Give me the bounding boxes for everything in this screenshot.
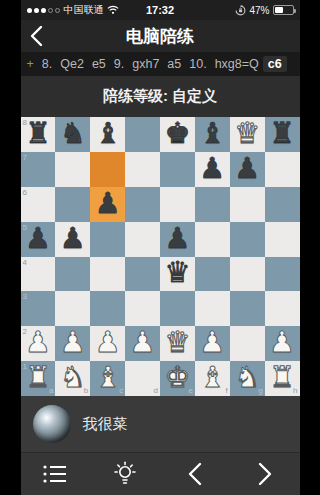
battery-icon (273, 5, 294, 15)
white-pawn: ♟ (130, 328, 156, 357)
black-bishop: ♝ (199, 119, 225, 148)
chess-board: 8♜♞♝♚♝♛♜7♟♟6♟5♟♟♟4♛32♟♟♟♟♛♟♟1a♜b♞c♝de♚f♝… (21, 117, 300, 396)
square-g7[interactable]: ♟ (230, 152, 265, 187)
next-move-button[interactable] (230, 453, 300, 495)
rank-label: 7 (23, 154, 27, 162)
hint-button[interactable] (90, 453, 160, 495)
white-pawn: ♟ (60, 328, 86, 357)
square-b5[interactable]: ♟ (55, 222, 90, 257)
square-e5[interactable]: ♟ (160, 222, 195, 257)
rank-label: 4 (23, 259, 27, 267)
signal-strength-icon (27, 8, 60, 13)
square-d4[interactable] (125, 257, 160, 292)
square-e7[interactable] (160, 152, 195, 187)
square-e4[interactable]: ♛ (160, 257, 195, 292)
list-icon (42, 463, 68, 485)
black-pawn: ♟ (25, 224, 51, 253)
square-g4[interactable] (230, 257, 265, 292)
previous-move-button[interactable] (160, 453, 230, 495)
white-queen: ♛ (234, 119, 260, 148)
square-a8[interactable]: 8♜ (21, 117, 56, 152)
square-g2[interactable] (230, 326, 265, 361)
square-a2[interactable]: 2♟ (21, 326, 56, 361)
square-d2[interactable]: ♟ (125, 326, 160, 361)
move-token[interactable]: Qe2 (56, 57, 88, 71)
square-a3[interactable]: 3 (21, 291, 56, 326)
square-f8[interactable]: ♝ (195, 117, 230, 152)
square-c5[interactable] (90, 222, 125, 257)
square-f3[interactable] (195, 291, 230, 326)
black-pawn: ♟ (234, 154, 260, 183)
chevron-right-icon (258, 462, 272, 486)
black-pawn: ♟ (199, 154, 225, 183)
square-a7[interactable]: 7 (21, 152, 56, 187)
black-queen: ♛ (164, 258, 190, 287)
training-level-label: 陪练等级: 自定义 (21, 76, 300, 117)
chat-message: 我很菜 (83, 415, 128, 434)
square-a4[interactable]: 4 (21, 257, 56, 292)
square-d7[interactable] (125, 152, 160, 187)
move-token[interactable]: e5 (88, 57, 110, 71)
white-queen: ♛ (164, 328, 190, 357)
square-a1[interactable]: 1a♜ (21, 361, 56, 396)
square-h6[interactable] (265, 187, 300, 222)
square-c8[interactable]: ♝ (90, 117, 125, 152)
rotation-lock-icon (235, 5, 246, 16)
white-bishop: ♝ (95, 363, 121, 392)
square-h7[interactable] (265, 152, 300, 187)
square-d3[interactable] (125, 291, 160, 326)
white-pawn: ♟ (25, 328, 51, 357)
chevron-left-icon (188, 462, 202, 486)
square-g8[interactable]: ♛ (230, 117, 265, 152)
white-bishop: ♝ (199, 363, 225, 392)
black-pawn: ♟ (60, 224, 86, 253)
black-king: ♚ (164, 119, 190, 148)
square-f2[interactable]: ♟ (195, 326, 230, 361)
black-rook: ♜ (269, 119, 295, 148)
square-f7[interactable]: ♟ (195, 152, 230, 187)
white-rook: ♜ (269, 363, 295, 392)
chat-row: 我很菜 (21, 396, 300, 452)
square-f1[interactable]: f♝ (195, 361, 230, 396)
square-c6[interactable]: ♟ (90, 187, 125, 222)
page-title: 电脑陪练 (21, 25, 300, 48)
nav-bar: 电脑陪练 (21, 20, 300, 52)
file-label: d (154, 387, 158, 395)
square-g5[interactable] (230, 222, 265, 257)
square-d1[interactable]: d (125, 361, 160, 396)
move-token[interactable]: a5 (163, 57, 185, 71)
black-pawn: ♟ (95, 189, 121, 218)
black-rook: ♜ (25, 119, 51, 148)
bottom-toolbar (21, 452, 300, 495)
square-g6[interactable] (230, 187, 265, 222)
white-pawn: ♟ (199, 328, 225, 357)
square-c1[interactable]: c♝ (90, 361, 125, 396)
white-pawn: ♟ (269, 328, 295, 357)
white-knight: ♞ (60, 363, 86, 392)
square-c3[interactable] (90, 291, 125, 326)
white-pawn: ♟ (95, 328, 121, 357)
square-f5[interactable] (195, 222, 230, 257)
move-list-bar: +8.Qe2e59.gxh7a510.hxg8=Qc6 (21, 52, 300, 76)
square-c2[interactable]: ♟ (90, 326, 125, 361)
white-knight: ♞ (234, 363, 260, 392)
square-c4[interactable] (90, 257, 125, 292)
file-label: f (226, 387, 228, 395)
square-c7[interactable] (90, 152, 125, 187)
square-b8[interactable]: ♞ (55, 117, 90, 152)
carrier-label: 中国联通 (64, 3, 104, 17)
battery-percent-label: 47% (249, 5, 269, 16)
black-knight: ♞ (60, 119, 86, 148)
square-d5[interactable] (125, 222, 160, 257)
rank-label: 3 (23, 293, 27, 301)
square-h3[interactable] (265, 291, 300, 326)
move-token[interactable]: 10. (185, 57, 210, 71)
expand-moves-button[interactable]: + (26, 57, 38, 71)
move-token[interactable]: 9. (110, 57, 128, 71)
square-d8[interactable] (125, 117, 160, 152)
square-e3[interactable] (160, 291, 195, 326)
square-g1[interactable]: g♞ (230, 361, 265, 396)
square-h2[interactable]: ♟ (265, 326, 300, 361)
move-token[interactable]: hxg8=Q (211, 57, 263, 71)
square-b7[interactable] (55, 152, 90, 187)
square-e8[interactable]: ♚ (160, 117, 195, 152)
square-f6[interactable] (195, 187, 230, 222)
square-b1[interactable]: b♞ (55, 361, 90, 396)
square-e2[interactable]: ♛ (160, 326, 195, 361)
move-list-button[interactable] (21, 453, 91, 495)
app-screen: 中国联通 17:32 47% 电脑陪练 +8.Qe2e59.gxh7a5 (21, 0, 300, 495)
move-token[interactable]: gxh7 (128, 57, 163, 71)
black-pawn: ♟ (164, 224, 190, 253)
back-button[interactable] (21, 20, 61, 52)
square-b4[interactable] (55, 257, 90, 292)
engine-avatar (33, 405, 71, 443)
lightbulb-icon (113, 461, 137, 487)
square-b2[interactable]: ♟ (55, 326, 90, 361)
square-e1[interactable]: e♚ (160, 361, 195, 396)
square-a6[interactable]: 6 (21, 187, 56, 222)
status-bar: 中国联通 17:32 47% (21, 0, 300, 20)
white-king: ♚ (164, 363, 190, 392)
square-d6[interactable] (125, 187, 160, 222)
square-h4[interactable] (265, 257, 300, 292)
square-h1[interactable]: h♜ (265, 361, 300, 396)
square-h8[interactable]: ♜ (265, 117, 300, 152)
square-h5[interactable] (265, 222, 300, 257)
white-rook: ♜ (25, 363, 51, 392)
square-b3[interactable] (55, 291, 90, 326)
square-b6[interactable] (55, 187, 90, 222)
square-f4[interactable] (195, 257, 230, 292)
chevron-left-icon (30, 25, 43, 47)
square-e6[interactable] (160, 187, 195, 222)
move-token[interactable]: 8. (38, 57, 56, 71)
rank-label: 6 (23, 189, 27, 197)
move-token[interactable]: c6 (263, 56, 287, 72)
square-g3[interactable] (230, 291, 265, 326)
wifi-icon (107, 5, 119, 15)
black-bishop: ♝ (95, 119, 121, 148)
square-a5[interactable]: 5♟ (21, 222, 56, 257)
